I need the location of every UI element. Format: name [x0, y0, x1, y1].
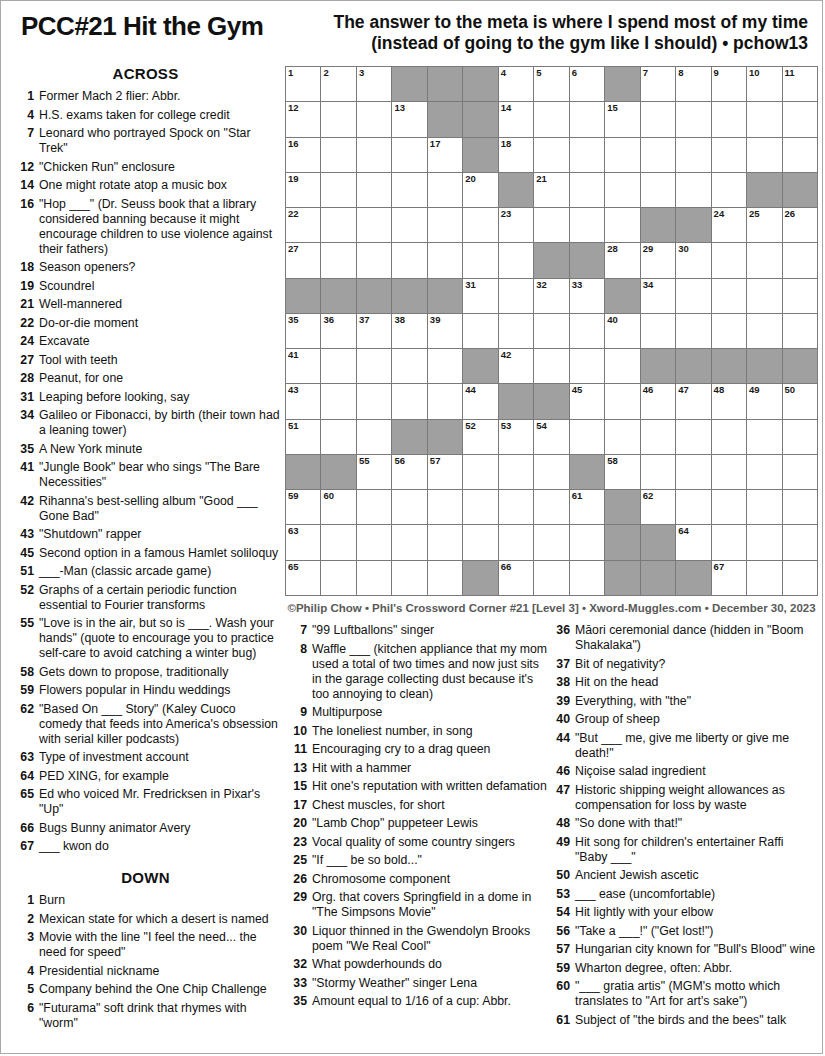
clue-text: Flowers popular in Hindu weddings: [39, 683, 282, 698]
grid-cell-block: [428, 102, 462, 136]
clue-number: 11: [289, 742, 307, 757]
cell-number: 17: [430, 139, 441, 149]
grid-cell-block: [321, 455, 355, 489]
grid-cell[interactable]: [392, 525, 426, 559]
grid-cell[interactable]: [357, 243, 391, 277]
cell-number: 21: [536, 174, 547, 184]
clue-number: 6: [9, 1001, 34, 1016]
grid-cell[interactable]: [534, 561, 568, 595]
grid-cell[interactable]: 36: [321, 314, 355, 348]
grid-cell[interactable]: 58: [605, 455, 639, 489]
clue-number: 17: [289, 798, 307, 813]
grid-cell[interactable]: [605, 173, 639, 207]
grid-cell[interactable]: 2: [321, 67, 355, 101]
grid-cell[interactable]: [676, 490, 710, 524]
grid-cell[interactable]: 44: [463, 384, 497, 418]
grid-cell[interactable]: [428, 208, 462, 242]
grid-cell[interactable]: [321, 102, 355, 136]
grid-cell[interactable]: [712, 243, 746, 277]
grid-cell[interactable]: 48: [712, 384, 746, 418]
grid-cell[interactable]: [676, 138, 710, 172]
clue-text: Ancient Jewish ascetic: [575, 868, 819, 883]
grid-cell[interactable]: [428, 525, 462, 559]
grid-cell[interactable]: [357, 208, 391, 242]
puzzle-page: PCC#21 Hit the Gym The answer to the met…: [0, 0, 823, 1054]
grid-cell[interactable]: [712, 490, 746, 524]
grid-cell[interactable]: [783, 420, 817, 454]
grid-cell[interactable]: 28: [605, 243, 639, 277]
clue-text: Chest muscles, for short: [312, 798, 550, 813]
grid-cell[interactable]: [783, 314, 817, 348]
grid-cell[interactable]: [783, 525, 817, 559]
grid-cell[interactable]: [747, 455, 781, 489]
grid-cell[interactable]: [570, 102, 604, 136]
grid-cell[interactable]: 39: [428, 314, 462, 348]
grid-cell[interactable]: [357, 420, 391, 454]
grid-cell[interactable]: [747, 279, 781, 313]
clue-number: 67: [9, 839, 34, 854]
clue-item: 53___ ease (uncomfortable): [552, 887, 819, 902]
cell-number: 2: [323, 68, 328, 78]
grid-cell[interactable]: [428, 173, 462, 207]
grid-cell[interactable]: 40: [605, 314, 639, 348]
grid-cell[interactable]: [357, 525, 391, 559]
grid-cell[interactable]: [534, 455, 568, 489]
clue-column-left: ACROSS 1Former Mach 2 flier: Abbr.4H.S. …: [9, 65, 282, 1034]
grid-cell[interactable]: 29: [641, 243, 675, 277]
clue-text: ___ kwon do: [39, 839, 282, 854]
clue-text: "Take a ___!" ("Get lost!"): [575, 924, 819, 939]
grid-cell[interactable]: [641, 420, 675, 454]
clue-text: Historic shipping weight allowances as c…: [575, 783, 819, 813]
grid-cell[interactable]: [570, 314, 604, 348]
clue-text: "So done with that!": [575, 816, 819, 831]
across-heading: ACROSS: [9, 65, 282, 82]
grid-cell[interactable]: 19: [286, 173, 320, 207]
grid-cell[interactable]: 57: [428, 455, 462, 489]
clue-text: Ed who voiced Mr. Fredricksen in Pixar's…: [39, 787, 282, 817]
grid-cell[interactable]: [534, 525, 568, 559]
grid-cell[interactable]: 3: [357, 67, 391, 101]
cell-number: 38: [394, 315, 405, 325]
clue-column-middle: 7"99 Luftballons" singer8Waffle ___ (kit…: [289, 623, 550, 1013]
grid-cell[interactable]: [357, 349, 391, 383]
down-clue-list-right: 36Māori ceremonial dance (hidden in "Boo…: [552, 623, 819, 1028]
grid-cell[interactable]: 61: [570, 490, 604, 524]
grid-cell[interactable]: [570, 173, 604, 207]
clue-item: 39Everything, with "the": [552, 694, 819, 709]
grid-cell[interactable]: 15: [605, 102, 639, 136]
grid-cell[interactable]: [783, 138, 817, 172]
grid-cell[interactable]: [641, 138, 675, 172]
grid-cell[interactable]: 26: [783, 208, 817, 242]
grid-cell-block: [605, 525, 639, 559]
grid-cell[interactable]: [321, 525, 355, 559]
grid-cell[interactable]: 22: [286, 208, 320, 242]
grid-cell[interactable]: [570, 561, 604, 595]
grid-cell[interactable]: 63: [286, 525, 320, 559]
clue-number: 26: [289, 872, 307, 887]
grid-cell[interactable]: [321, 349, 355, 383]
clue-item: 9Multipurpose: [289, 705, 550, 720]
grid-cell[interactable]: [357, 490, 391, 524]
grid-cell[interactable]: [357, 561, 391, 595]
grid-cell[interactable]: 65: [286, 561, 320, 595]
grid-cell-block: [499, 173, 533, 207]
clue-item: 44"But ___ me, give me liberty or give m…: [552, 731, 819, 761]
grid-cell[interactable]: 56: [392, 455, 426, 489]
grid-cell[interactable]: 1: [286, 67, 320, 101]
cell-number: 10: [749, 68, 760, 78]
clue-item: 56"Take a ___!" ("Get lost!"): [552, 924, 819, 939]
clue-number: 7: [9, 126, 34, 141]
grid-cell[interactable]: 33: [570, 279, 604, 313]
cell-number: 18: [501, 139, 512, 149]
clue-text: "But ___ me, give me liberty or give me …: [575, 731, 819, 761]
grid-cell[interactable]: [570, 525, 604, 559]
grid-cell[interactable]: [747, 138, 781, 172]
cell-number: 9: [714, 68, 719, 78]
grid-cell[interactable]: [783, 455, 817, 489]
clue-item: 13Hit with a hammer: [289, 761, 550, 776]
grid-cell[interactable]: [428, 561, 462, 595]
grid-cell[interactable]: [712, 420, 746, 454]
grid-cell[interactable]: [605, 138, 639, 172]
cell-number: 24: [714, 209, 725, 219]
clue-number: 65: [9, 787, 34, 802]
grid-cell[interactable]: [321, 243, 355, 277]
clue-text: "Based On ___ Story" (Kaley Cuoco comedy…: [39, 702, 282, 747]
grid-cell-block: [605, 490, 639, 524]
grid-cell[interactable]: 37: [357, 314, 391, 348]
grid-cell[interactable]: [712, 102, 746, 136]
clue-number: 44: [552, 731, 570, 746]
grid-cell[interactable]: 20: [463, 173, 497, 207]
grid-cell[interactable]: [357, 138, 391, 172]
meta-header-line1: The answer to the meta is where I spend …: [268, 12, 808, 33]
grid-cell[interactable]: [534, 102, 568, 136]
grid-cell[interactable]: [392, 138, 426, 172]
grid-cell[interactable]: [605, 384, 639, 418]
clue-item: 31Leaping before looking, say: [9, 390, 282, 405]
grid-cell[interactable]: [321, 173, 355, 207]
grid-cell-block: [570, 455, 604, 489]
grid-cell[interactable]: [357, 384, 391, 418]
clue-text: Presidential nickname: [39, 964, 282, 979]
clue-number: 13: [289, 761, 307, 776]
grid-cell[interactable]: 52: [463, 420, 497, 454]
grid-cell[interactable]: 13: [392, 102, 426, 136]
grid-cell[interactable]: 55: [357, 455, 391, 489]
cell-number: 64: [678, 526, 689, 536]
grid-cell[interactable]: 10: [747, 67, 781, 101]
grid-cell[interactable]: 16: [286, 138, 320, 172]
grid-cell[interactable]: [783, 490, 817, 524]
grid-cell[interactable]: [783, 561, 817, 595]
grid-cell[interactable]: [712, 525, 746, 559]
grid-cell[interactable]: [463, 525, 497, 559]
grid-cell[interactable]: 47: [676, 384, 710, 418]
grid-cell[interactable]: [321, 420, 355, 454]
grid-cell[interactable]: [499, 279, 533, 313]
clue-text: Niçoise salad ingredient: [575, 764, 819, 779]
grid-cell[interactable]: 25: [747, 208, 781, 242]
grid-cell[interactable]: [712, 173, 746, 207]
grid-cell-block: [534, 384, 568, 418]
grid-cell[interactable]: [712, 455, 746, 489]
grid-cell[interactable]: 46: [641, 384, 675, 418]
clue-item: 8Waffle ___ (kitchen appliance that my m…: [289, 642, 550, 702]
cell-number: 8: [678, 68, 683, 78]
clue-number: 45: [9, 546, 34, 561]
grid-cell-block: [676, 208, 710, 242]
clue-item: 30Liquor thinned in the Gwendolyn Brooks…: [289, 924, 550, 954]
grid-cell[interactable]: [534, 349, 568, 383]
grid-cell[interactable]: [676, 102, 710, 136]
cell-number: 14: [501, 103, 512, 113]
grid-cell[interactable]: 23: [499, 208, 533, 242]
clue-text: "Love is in the air, but so is ___. Wash…: [39, 616, 282, 661]
clue-text: Leonard who portrayed Spock on "Star Tre…: [39, 126, 282, 156]
grid-cell[interactable]: 34: [641, 279, 675, 313]
clue-text: "Stormy Weather" singer Lena: [312, 976, 550, 991]
grid-cell[interactable]: [428, 490, 462, 524]
clue-item: 67___ kwon do: [9, 839, 282, 854]
grid-cell[interactable]: [428, 349, 462, 383]
grid-cell[interactable]: [783, 243, 817, 277]
grid-cell[interactable]: [499, 525, 533, 559]
grid-cell[interactable]: [392, 561, 426, 595]
grid-cell[interactable]: 35: [286, 314, 320, 348]
grid-cell-block: [605, 561, 639, 595]
grid-cell[interactable]: [534, 138, 568, 172]
grid-cell[interactable]: 50: [783, 384, 817, 418]
meta-header: The answer to the meta is where I spend …: [268, 12, 808, 54]
grid-cell-block: [783, 173, 817, 207]
cell-number: 36: [323, 315, 334, 325]
grid-cell[interactable]: 5: [534, 67, 568, 101]
grid-cell[interactable]: [321, 138, 355, 172]
grid-cell[interactable]: 12: [286, 102, 320, 136]
grid-cell[interactable]: 60: [321, 490, 355, 524]
grid-cell[interactable]: [747, 243, 781, 277]
grid-cell[interactable]: [747, 490, 781, 524]
grid-cell[interactable]: 31: [463, 279, 497, 313]
grid-cell[interactable]: [463, 243, 497, 277]
cell-number: 52: [465, 421, 476, 431]
grid-cell[interactable]: 41: [286, 349, 320, 383]
grid-cell[interactable]: [747, 525, 781, 559]
grid-cell[interactable]: [641, 102, 675, 136]
cell-number: 49: [749, 385, 760, 395]
grid-cell[interactable]: 43: [286, 384, 320, 418]
grid-cell[interactable]: 30: [676, 243, 710, 277]
grid-cell[interactable]: 59: [286, 490, 320, 524]
grid-cell[interactable]: 7: [641, 67, 675, 101]
grid-cell[interactable]: [570, 420, 604, 454]
grid-cell[interactable]: [321, 208, 355, 242]
grid-cell[interactable]: [357, 102, 391, 136]
grid-cell[interactable]: 11: [783, 67, 817, 101]
clue-text: What powderhounds do: [312, 957, 550, 972]
grid-cell[interactable]: [463, 208, 497, 242]
grid-cell[interactable]: [783, 102, 817, 136]
grid-cell[interactable]: 45: [570, 384, 604, 418]
clue-text: Former Mach 2 flier: Abbr.: [39, 89, 282, 104]
grid-cell[interactable]: [499, 455, 533, 489]
cell-number: 12: [288, 103, 299, 113]
grid-cell[interactable]: [712, 314, 746, 348]
grid-cell[interactable]: 54: [534, 420, 568, 454]
clue-number: 58: [9, 665, 34, 680]
clue-number: 1: [9, 89, 34, 104]
clue-item: 6"Futurama" soft drink that rhymes with …: [9, 1001, 282, 1031]
clue-item: 64PED XING, for example: [9, 769, 282, 784]
grid-cell[interactable]: [747, 102, 781, 136]
grid-cell[interactable]: 4: [499, 67, 533, 101]
clue-number: 10: [289, 724, 307, 739]
cell-number: 3: [359, 68, 364, 78]
clue-text: Wharton degree, often: Abbr.: [575, 961, 819, 976]
grid-cell[interactable]: 67: [712, 561, 746, 595]
grid-cell[interactable]: [676, 314, 710, 348]
grid-cell[interactable]: [392, 349, 426, 383]
clue-item: 11Encouraging cry to a drag queen: [289, 742, 550, 757]
grid-cell[interactable]: [392, 384, 426, 418]
grid-cell[interactable]: [747, 314, 781, 348]
grid-cell[interactable]: [534, 208, 568, 242]
grid-cell[interactable]: [392, 490, 426, 524]
clue-item: 57Hungarian city known for "Bull's Blood…: [552, 942, 819, 957]
clue-item: 29Org. that covers Springfield in a dome…: [289, 890, 550, 920]
grid-cell[interactable]: 24: [712, 208, 746, 242]
grid-cell[interactable]: [676, 173, 710, 207]
clue-item: 58Gets down to propose, traditionally: [9, 665, 282, 680]
grid-cell[interactable]: 21: [534, 173, 568, 207]
cell-number: 27: [288, 244, 299, 254]
grid-cell-block: [747, 173, 781, 207]
grid-cell[interactable]: [428, 243, 462, 277]
clue-number: 19: [9, 279, 34, 294]
grid-cell[interactable]: [570, 208, 604, 242]
grid-cell[interactable]: 9: [712, 67, 746, 101]
grid-cell[interactable]: [712, 279, 746, 313]
grid-cell[interactable]: [641, 173, 675, 207]
grid-cell[interactable]: [321, 561, 355, 595]
clue-text: Waffle ___ (kitchen appliance that my mo…: [312, 642, 550, 702]
grid-cell[interactable]: 51: [286, 420, 320, 454]
grid-cell[interactable]: [321, 384, 355, 418]
cell-number: 39: [430, 315, 441, 325]
grid-cell[interactable]: 66: [499, 561, 533, 595]
clue-text: Org. that covers Springfield in a dome i…: [312, 890, 550, 920]
grid-cell[interactable]: [676, 279, 710, 313]
grid-cell[interactable]: [463, 314, 497, 348]
grid-cell[interactable]: [676, 420, 710, 454]
grid-cell[interactable]: [605, 420, 639, 454]
grid-cell[interactable]: 62: [641, 490, 675, 524]
clue-number: 48: [552, 816, 570, 831]
grid-cell[interactable]: 6: [570, 67, 604, 101]
clue-item: 7Leonard who portrayed Spock on "Star Tr…: [9, 126, 282, 156]
cell-number: 47: [678, 385, 689, 395]
grid-cell[interactable]: [676, 455, 710, 489]
grid-cell[interactable]: [357, 173, 391, 207]
clue-item: 52Graphs of a certain periodic function …: [9, 583, 282, 613]
grid-cell[interactable]: [747, 561, 781, 595]
clue-number: 61: [552, 1013, 570, 1028]
clue-number: 50: [552, 868, 570, 883]
grid-cell[interactable]: 53: [499, 420, 533, 454]
clue-number: 2: [9, 912, 34, 927]
grid-cell[interactable]: [534, 314, 568, 348]
grid-cell-block: [747, 349, 781, 383]
clue-text: Amount equal to 1/16 of a cup: Abbr.: [312, 994, 550, 1009]
cell-number: 40: [607, 315, 618, 325]
grid-cell[interactable]: [570, 349, 604, 383]
clue-number: 63: [9, 750, 34, 765]
grid-cell[interactable]: 64: [676, 525, 710, 559]
clue-text: PED XING, for example: [39, 769, 282, 784]
clue-text: "Lamb Chop" puppeteer Lewis: [312, 816, 550, 831]
cell-number: 13: [394, 103, 405, 113]
grid-cell[interactable]: [534, 490, 568, 524]
grid-cell[interactable]: [783, 279, 817, 313]
grid-cell[interactable]: [570, 138, 604, 172]
grid-cell[interactable]: [392, 208, 426, 242]
grid-cell[interactable]: [499, 314, 533, 348]
clue-item: 15Hit one's reputation with written defa…: [289, 779, 550, 794]
grid-cell[interactable]: 14: [499, 102, 533, 136]
clue-number: 23: [289, 835, 307, 850]
clue-number: 38: [552, 675, 570, 690]
grid-cell[interactable]: [392, 243, 426, 277]
grid-cell[interactable]: [747, 420, 781, 454]
grid-cell[interactable]: [641, 314, 675, 348]
grid-cell[interactable]: [499, 490, 533, 524]
clue-number: 51: [9, 564, 34, 579]
clue-text: Well-mannered: [39, 297, 282, 312]
grid-cell[interactable]: [641, 455, 675, 489]
grid-cell[interactable]: 8: [676, 67, 710, 101]
grid-cell[interactable]: [463, 490, 497, 524]
grid-cell[interactable]: [712, 138, 746, 172]
grid-cell[interactable]: [392, 173, 426, 207]
grid-cell[interactable]: [605, 208, 639, 242]
grid-cell[interactable]: 49: [747, 384, 781, 418]
grid-cell[interactable]: 38: [392, 314, 426, 348]
grid-cell[interactable]: 27: [286, 243, 320, 277]
clue-number: 52: [9, 583, 34, 598]
cell-number: 26: [785, 209, 796, 219]
clue-number: 59: [9, 683, 34, 698]
grid-cell[interactable]: 18: [499, 138, 533, 172]
clue-item: 24Excavate: [9, 334, 282, 349]
grid-cell[interactable]: [605, 349, 639, 383]
grid-cell[interactable]: [499, 243, 533, 277]
clue-text: Peanut, for one: [39, 371, 282, 386]
grid-cell[interactable]: [463, 455, 497, 489]
grid-cell[interactable]: 17: [428, 138, 462, 172]
grid-cell[interactable]: 42: [499, 349, 533, 383]
clue-text: Chromosome component: [312, 872, 550, 887]
clue-number: 28: [9, 371, 34, 386]
clue-item: 5Company behind the One Chip Challenge: [9, 982, 282, 997]
clue-text: Vocal quality of some country singers: [312, 835, 550, 850]
grid-cell[interactable]: [428, 384, 462, 418]
clue-item: 23Vocal quality of some country singers: [289, 835, 550, 850]
grid-cell[interactable]: 32: [534, 279, 568, 313]
